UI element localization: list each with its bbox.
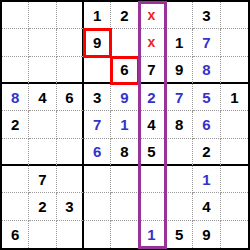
cell-r6c3[interactable] [57,139,84,166]
cell-r9c1[interactable]: 6 [2,221,29,248]
cell-r9c9[interactable] [221,221,248,248]
user-digit: 9 [120,90,128,105]
given-digit: 6 [65,90,73,105]
cell-r7c7[interactable] [166,166,193,193]
given-digit: 1 [175,35,183,50]
cell-r3c6[interactable]: 7 [139,57,166,84]
cell-r7c1[interactable] [2,166,29,193]
cell-r6c2[interactable] [29,139,56,166]
cell-r9c7[interactable]: 5 [166,221,193,248]
cell-r5c9[interactable] [221,111,248,138]
cell-r8c6[interactable] [139,193,166,220]
cell-r6c4[interactable]: 6 [84,139,111,166]
cell-r5c4[interactable]: 7 [84,111,111,138]
user-digit: 1 [147,227,155,242]
cell-r9c2[interactable] [29,221,56,248]
cell-r1c1[interactable] [2,2,29,29]
user-digit: 6 [202,117,210,132]
cell-r6c7[interactable] [166,139,193,166]
cell-r7c2[interactable]: 7 [29,166,56,193]
given-digit: 6 [11,227,19,242]
cell-r1c9[interactable] [221,2,248,29]
user-digit: 7 [93,117,101,132]
cell-r1c2[interactable] [29,2,56,29]
cell-r8c7[interactable] [166,193,193,220]
cell-r6c1[interactable] [2,139,29,166]
cell-r5c6[interactable]: 4 [139,111,166,138]
cell-r3c2[interactable] [29,57,56,84]
cell-r6c8[interactable]: 2 [193,139,220,166]
given-digit: 3 [65,199,73,214]
given-digit: 9 [175,62,183,77]
cell-r5c3[interactable] [57,111,84,138]
cell-r2c9[interactable] [221,29,248,56]
cell-r7c6[interactable] [139,166,166,193]
cell-r5c8[interactable]: 6 [193,111,220,138]
given-digit: 5 [175,227,183,242]
cell-r7c5[interactable] [111,166,138,193]
given-digit: 3 [202,8,210,23]
cell-r4c4[interactable]: 3 [84,84,111,111]
given-digit: 5 [147,144,155,159]
cell-r3c9[interactable] [221,57,248,84]
cell-r2c7[interactable]: 1 [166,29,193,56]
given-digit: 7 [38,172,46,187]
user-digit: 7 [202,35,210,50]
given-digit: 2 [120,8,128,23]
cell-r2c2[interactable] [29,29,56,56]
given-digit: 8 [175,117,183,132]
cell-r1c4[interactable]: 1 [84,2,111,29]
given-digit: 9 [93,35,101,50]
cell-r2c5[interactable] [111,29,138,56]
cell-r4c2[interactable]: 4 [29,84,56,111]
cell-r5c5[interactable]: 1 [111,111,138,138]
user-digit: 6 [93,144,101,159]
cell-r9c5[interactable] [111,221,138,248]
cell-r3c7[interactable]: 9 [166,57,193,84]
cell-r4c9[interactable]: 1 [221,84,248,111]
given-digit: 2 [202,144,210,159]
cell-r8c5[interactable] [111,193,138,220]
cell-r7c4[interactable] [84,166,111,193]
cell-r2c3[interactable] [57,29,84,56]
cell-r5c2[interactable] [29,111,56,138]
cell-r6c5[interactable]: 8 [111,139,138,166]
cell-r2c1[interactable] [2,29,29,56]
given-digit: 1 [93,8,101,23]
cell-r3c1[interactable] [2,57,29,84]
cell-r7c3[interactable] [57,166,84,193]
error-x-mark: x [147,8,155,22]
cell-r4c6[interactable]: 2 [139,84,166,111]
sudoku-board: 12x39x1767988463927512714866852712346159 [0,0,250,250]
cell-r6c9[interactable] [221,139,248,166]
given-digit: 3 [93,90,101,105]
cell-r8c4[interactable] [84,193,111,220]
cell-r9c3[interactable] [57,221,84,248]
user-digit: 8 [11,90,19,105]
cell-r8c3[interactable]: 3 [57,193,84,220]
given-digit: 7 [147,62,155,77]
given-digit: 1 [230,90,238,105]
cell-r7c8[interactable]: 1 [193,166,220,193]
given-digit: 8 [120,144,128,159]
cell-r2c6[interactable]: x [139,29,166,56]
cell-r6c6[interactable]: 5 [139,139,166,166]
cell-r8c2[interactable]: 2 [29,193,56,220]
user-digit: 7 [175,90,183,105]
given-digit: 2 [11,117,19,132]
cell-r2c4[interactable]: 9 [84,29,111,56]
cell-r4c5[interactable]: 9 [111,84,138,111]
user-digit: 5 [202,90,210,105]
given-digit: 6 [120,62,128,77]
cell-r8c8[interactable]: 4 [193,193,220,220]
cell-r4c8[interactable]: 5 [193,84,220,111]
cell-r8c9[interactable] [221,193,248,220]
cell-r8c1[interactable] [2,193,29,220]
cell-r5c1[interactable]: 2 [2,111,29,138]
user-digit: 8 [202,62,210,77]
cell-r4c3[interactable]: 6 [57,84,84,111]
cell-r4c1[interactable]: 8 [2,84,29,111]
error-x-mark: x [147,35,155,49]
cell-r5c7[interactable]: 8 [166,111,193,138]
sudoku-grid: 12x39x1767988463927512714866852712346159 [2,2,248,248]
cell-r9c6[interactable]: 1 [139,221,166,248]
user-digit: 2 [147,90,155,105]
given-digit: 2 [38,199,46,214]
cell-r1c7[interactable] [166,2,193,29]
cell-r7c9[interactable] [221,166,248,193]
user-digit: 1 [202,172,210,187]
cell-r3c8[interactable]: 8 [193,57,220,84]
given-digit: 4 [38,90,46,105]
cell-r9c8[interactable]: 9 [193,221,220,248]
user-digit: 1 [120,117,128,132]
given-digit: 9 [202,227,210,242]
cell-r9c4[interactable] [84,221,111,248]
cell-r3c5[interactable]: 6 [111,57,138,84]
cell-r3c3[interactable] [57,57,84,84]
cell-r1c3[interactable] [57,2,84,29]
cell-r4c7[interactable]: 7 [166,84,193,111]
given-digit: 4 [202,199,210,214]
given-digit: 4 [147,117,155,132]
cell-r1c8[interactable]: 3 [193,2,220,29]
cell-r1c5[interactable]: 2 [111,2,138,29]
cell-r2c8[interactable]: 7 [193,29,220,56]
cell-r1c6[interactable]: x [139,2,166,29]
cell-r3c4[interactable] [84,57,111,84]
